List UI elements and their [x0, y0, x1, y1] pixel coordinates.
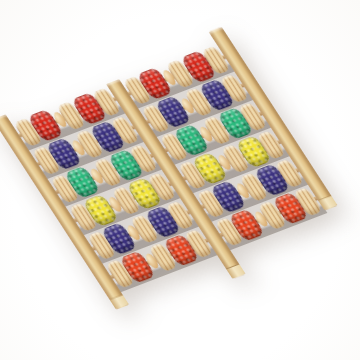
photo-scene — [0, 0, 360, 360]
foot-massage-roller — [0, 35, 345, 306]
